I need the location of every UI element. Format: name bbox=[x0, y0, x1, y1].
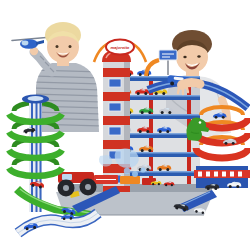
right-boy-eye-right bbox=[197, 55, 200, 57]
dinosaur-eye bbox=[199, 121, 202, 124]
helicopter-cockpit bbox=[22, 41, 29, 46]
brand-badge-text: majorette bbox=[111, 45, 131, 50]
service-building bbox=[194, 166, 250, 190]
blue-roof-sign bbox=[159, 50, 177, 60]
product-photo: majorette bbox=[0, 0, 250, 250]
monster-truck-window bbox=[62, 174, 72, 180]
tire-hub bbox=[63, 185, 69, 191]
light-dome bbox=[132, 171, 138, 177]
light-dome bbox=[140, 167, 145, 172]
light-dome bbox=[124, 168, 130, 174]
right-boy-eye-left bbox=[183, 56, 186, 58]
left-boy-eye-right bbox=[69, 45, 72, 48]
left-boy-eye-left bbox=[56, 45, 59, 48]
tower-cap-inner bbox=[28, 96, 44, 101]
toy-playset-scene: majorette bbox=[0, 0, 250, 250]
orange-container bbox=[120, 176, 140, 184]
tire-hub bbox=[85, 184, 91, 190]
